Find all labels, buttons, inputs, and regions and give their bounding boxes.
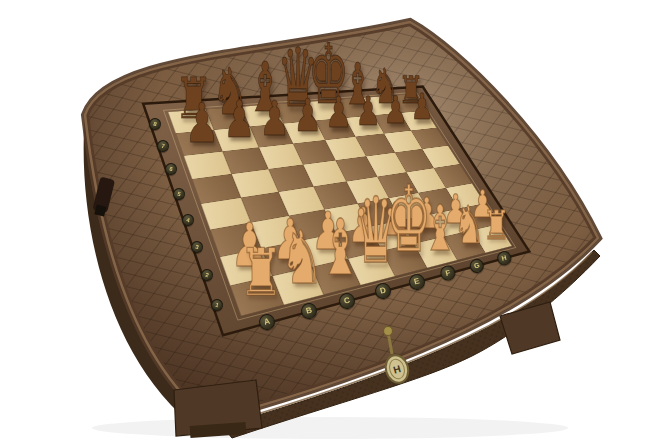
chess-set-photo: H 87654321ABCDEFGH ♜♞♝♛♚♝♞♜♟♟♟♟♟♟♟♟♟♟♟♟♟…: [0, 0, 670, 446]
ground-shadow: [92, 417, 568, 439]
